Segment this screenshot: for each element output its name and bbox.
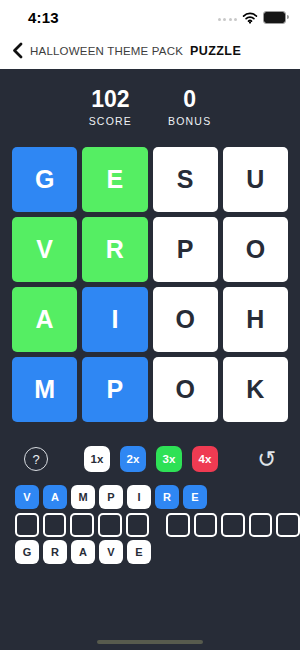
score-block: 102 SCORE bbox=[89, 87, 132, 127]
board-tile-r1c3[interactable]: S bbox=[153, 147, 218, 212]
chevron-left-icon[interactable] bbox=[12, 42, 23, 59]
score-value: 102 bbox=[89, 87, 132, 111]
board-tile-r2c4[interactable]: O bbox=[223, 217, 288, 282]
empty-slot bbox=[194, 513, 218, 537]
multiplier-2x-button[interactable]: 2x bbox=[120, 446, 146, 472]
status-bar: 4:13 bbox=[0, 0, 300, 32]
multiplier-buttons: 1x2x3x4x bbox=[84, 446, 218, 472]
word2-tile-g: G bbox=[15, 540, 39, 564]
home-indicator[interactable] bbox=[97, 640, 203, 645]
word2-tile-e: E bbox=[127, 540, 151, 564]
board-tile-r4c1[interactable]: M bbox=[12, 357, 77, 422]
board-tile-r2c2[interactable]: R bbox=[82, 217, 147, 282]
board-tile-r3c4[interactable]: H bbox=[223, 287, 288, 352]
status-icons bbox=[218, 11, 287, 24]
help-button[interactable]: ? bbox=[24, 447, 48, 471]
multiplier-4x-button[interactable]: 4x bbox=[192, 446, 218, 472]
score-label: SCORE bbox=[89, 115, 132, 127]
scoreboard: 102 SCORE 0 BONUS bbox=[0, 87, 300, 127]
board-tile-r2c1[interactable]: V bbox=[12, 217, 77, 282]
word1-tile-e: E bbox=[183, 485, 207, 509]
word1-tile-i: I bbox=[127, 485, 151, 509]
empty-slot bbox=[43, 513, 67, 537]
word1-tile-p: P bbox=[99, 485, 123, 509]
empty-slot bbox=[70, 513, 94, 537]
word2-tile-v: V bbox=[99, 540, 123, 564]
empty-slot bbox=[166, 513, 190, 537]
slot-group-spacer bbox=[153, 524, 162, 525]
word2-tile-r: R bbox=[43, 540, 67, 564]
empty-slot bbox=[249, 513, 273, 537]
app-screen: 4:13 HALLOWEEN THEME PACK PUZZLE 1 bbox=[0, 0, 300, 650]
empty-slot bbox=[98, 513, 122, 537]
back-button[interactable]: HALLOWEEN THEME PACK bbox=[30, 45, 183, 57]
empty-slot bbox=[15, 513, 39, 537]
refresh-button[interactable]: ↺ bbox=[254, 448, 280, 471]
board-tile-r3c3[interactable]: O bbox=[153, 287, 218, 352]
bonus-label: BONUS bbox=[168, 115, 211, 127]
board-tile-r3c2[interactable]: I bbox=[82, 287, 147, 352]
battery-icon bbox=[263, 11, 286, 24]
empty-slot bbox=[221, 513, 245, 537]
board-tile-r4c4[interactable]: K bbox=[223, 357, 288, 422]
board-tile-r1c2[interactable]: E bbox=[82, 147, 147, 212]
board-tile-r4c2[interactable]: P bbox=[82, 357, 147, 422]
multiplier-1x-button[interactable]: 1x bbox=[84, 446, 110, 472]
board-tile-r3c1[interactable]: A bbox=[12, 287, 77, 352]
word2-tile-a: A bbox=[71, 540, 95, 564]
cellular-signal-icon bbox=[218, 18, 238, 21]
page-title: PUZZLE bbox=[190, 44, 241, 58]
multiplier-3x-button[interactable]: 3x bbox=[156, 446, 182, 472]
letter-grid: GESUVRPOAIOHMPOK bbox=[12, 147, 288, 422]
board-tile-r2c3[interactable]: P bbox=[153, 217, 218, 282]
bonus-block: 0 BONUS bbox=[168, 87, 211, 127]
controls-bar: ? 1x2x3x4x ↺ bbox=[24, 446, 280, 472]
navigation-bar: HALLOWEEN THEME PACK PUZZLE bbox=[0, 32, 300, 69]
empty-word-slots bbox=[15, 513, 300, 537]
wifi-icon bbox=[242, 12, 258, 24]
word1-tile-r: R bbox=[155, 485, 179, 509]
empty-slot bbox=[126, 513, 150, 537]
word1-tile-m: M bbox=[71, 485, 95, 509]
found-words-area: VAMPIRE GRAVE bbox=[15, 485, 300, 564]
board-tile-r4c3[interactable]: O bbox=[153, 357, 218, 422]
status-time: 4:13 bbox=[28, 9, 59, 26]
board-tile-r1c4[interactable]: U bbox=[223, 147, 288, 212]
found-word-grave: GRAVE bbox=[15, 540, 300, 564]
board-tile-r1c1[interactable]: G bbox=[12, 147, 77, 212]
empty-slot bbox=[276, 513, 300, 537]
word1-tile-a: A bbox=[43, 485, 67, 509]
found-word-vampire: VAMPIRE bbox=[15, 485, 300, 509]
word1-tile-v: V bbox=[15, 485, 39, 509]
bonus-value: 0 bbox=[168, 87, 211, 111]
